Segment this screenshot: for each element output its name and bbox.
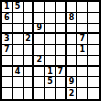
cell-r9c9[interactable] [88, 88, 99, 99]
cell-r5c2[interactable] [13, 45, 24, 56]
given-digit: 1 [47, 68, 53, 76]
given-digit: 7 [4, 46, 10, 54]
cell-r1c7[interactable] [67, 2, 78, 13]
cell-r2c5[interactable] [45, 13, 56, 24]
cell-r1c1: 1 [2, 2, 13, 13]
cell-r4c1: 3 [2, 34, 13, 45]
cell-r1c4[interactable] [34, 2, 45, 13]
cell-r3c1[interactable] [2, 24, 13, 35]
cell-r9c7: 2 [67, 88, 78, 99]
cell-r4c6[interactable] [56, 34, 67, 45]
given-digit: 9 [36, 24, 42, 32]
cell-r8c7: 9 [67, 77, 78, 88]
cell-r2c6[interactable] [56, 13, 67, 24]
given-digit: 1 [80, 46, 86, 54]
cell-r8c9[interactable] [88, 77, 99, 88]
cell-r4c7[interactable] [67, 34, 78, 45]
cell-r3c6[interactable] [56, 24, 67, 35]
cell-r4c4[interactable] [34, 34, 45, 45]
cell-r4c2[interactable] [13, 34, 24, 45]
cell-r2c3[interactable] [24, 13, 35, 24]
cell-r3c8[interactable] [77, 24, 88, 35]
cell-r1c2: 5 [13, 2, 24, 13]
cell-r4c3: 2 [24, 34, 35, 45]
cell-r1c8[interactable] [77, 2, 88, 13]
cell-r3c9[interactable] [88, 24, 99, 35]
cell-r6c2[interactable] [13, 56, 24, 67]
cell-r8c2[interactable] [13, 77, 24, 88]
cell-r7c5: 1 [45, 67, 56, 78]
cell-r5c5[interactable] [45, 45, 56, 56]
cell-r9c2[interactable] [13, 88, 24, 99]
cell-r3c5[interactable] [45, 24, 56, 35]
cell-r9c4[interactable] [34, 88, 45, 99]
cell-r7c3[interactable] [24, 67, 35, 78]
cell-r2c2[interactable] [13, 13, 24, 24]
given-digit: 2 [69, 90, 75, 98]
cell-r4c8: 7 [77, 34, 88, 45]
cell-r2c1: 6 [2, 13, 13, 24]
cell-r8c8[interactable] [77, 77, 88, 88]
cell-r7c4[interactable] [34, 67, 45, 78]
given-digit: 7 [80, 35, 86, 43]
cell-r6c1[interactable] [2, 56, 13, 67]
cell-r5c7[interactable] [67, 45, 78, 56]
sudoku-board: 15689327712417592 [0, 0, 101, 101]
cell-r3c4: 9 [34, 24, 45, 35]
cell-r5c3[interactable] [24, 45, 35, 56]
cell-r3c7[interactable] [67, 24, 78, 35]
given-digit: 7 [57, 68, 63, 76]
cell-r5c8: 1 [77, 45, 88, 56]
cell-r8c4[interactable] [34, 77, 45, 88]
cell-r9c5[interactable] [45, 88, 56, 99]
given-digit: 3 [4, 35, 10, 43]
cell-r9c8[interactable] [77, 88, 88, 99]
given-digit: 5 [15, 3, 21, 11]
cell-r9c1[interactable] [2, 88, 13, 99]
sudoku-puzzle: 15689327712417592 [0, 0, 101, 101]
given-digit: 2 [25, 35, 31, 43]
cell-r1c9[interactable] [88, 2, 99, 13]
cell-r7c6: 7 [56, 67, 67, 78]
cell-r5c1: 7 [2, 45, 13, 56]
cell-r4c9[interactable] [88, 34, 99, 45]
cell-r3c3[interactable] [24, 24, 35, 35]
given-digit: 9 [69, 78, 75, 86]
cell-r8c5: 5 [45, 77, 56, 88]
cell-r8c3[interactable] [24, 77, 35, 88]
cell-r6c7[interactable] [67, 56, 78, 67]
cell-r9c6[interactable] [56, 88, 67, 99]
cell-r6c3[interactable] [24, 56, 35, 67]
cell-r6c4: 2 [34, 56, 45, 67]
cell-r2c4[interactable] [34, 13, 45, 24]
cell-r7c9[interactable] [88, 67, 99, 78]
given-digit: 5 [47, 78, 53, 86]
cell-r5c4[interactable] [34, 45, 45, 56]
cell-r7c8[interactable] [77, 67, 88, 78]
cell-r7c7[interactable] [67, 67, 78, 78]
cell-r1c6[interactable] [56, 2, 67, 13]
cell-r6c5[interactable] [45, 56, 56, 67]
given-digit: 2 [36, 56, 42, 64]
cell-r7c2: 4 [13, 67, 24, 78]
cell-r5c9[interactable] [88, 45, 99, 56]
cell-r4c5[interactable] [45, 34, 56, 45]
given-digit: 1 [4, 3, 10, 11]
cell-r8c6[interactable] [56, 77, 67, 88]
cell-r2c8[interactable] [77, 13, 88, 24]
given-digit: 6 [4, 14, 10, 22]
cell-r2c9[interactable] [88, 13, 99, 24]
cell-r6c9[interactable] [88, 56, 99, 67]
cell-r1c5[interactable] [45, 2, 56, 13]
cell-r3c2[interactable] [13, 24, 24, 35]
cell-r9c3[interactable] [24, 88, 35, 99]
cell-r8c1[interactable] [2, 77, 13, 88]
cell-r2c7: 8 [67, 13, 78, 24]
cell-r1c3[interactable] [24, 2, 35, 13]
given-digit: 4 [15, 68, 21, 76]
cell-r7c1[interactable] [2, 67, 13, 78]
cell-r6c8[interactable] [77, 56, 88, 67]
cell-r6c6[interactable] [56, 56, 67, 67]
cell-r5c6[interactable] [56, 45, 67, 56]
given-digit: 8 [69, 14, 75, 22]
